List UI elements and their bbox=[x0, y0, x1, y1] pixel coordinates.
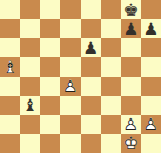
square-g4[interactable] bbox=[121, 77, 141, 96]
square-b2[interactable] bbox=[20, 115, 40, 134]
square-d2[interactable] bbox=[60, 115, 80, 134]
square-b1[interactable] bbox=[20, 134, 40, 153]
square-g5[interactable] bbox=[121, 57, 141, 76]
square-f5[interactable] bbox=[101, 57, 121, 76]
square-e1[interactable] bbox=[81, 134, 101, 153]
square-f8[interactable] bbox=[101, 0, 121, 19]
square-a3[interactable] bbox=[0, 96, 20, 115]
square-e3[interactable] bbox=[81, 96, 101, 115]
square-b5[interactable] bbox=[20, 57, 40, 76]
piece-white-bishop: ♝♗ bbox=[0, 57, 20, 76]
square-g3[interactable] bbox=[121, 96, 141, 115]
square-b6[interactable] bbox=[20, 38, 40, 57]
square-f7[interactable] bbox=[101, 19, 121, 38]
square-d4[interactable]: ♟♙ bbox=[60, 77, 80, 96]
square-a5[interactable]: ♝♗ bbox=[0, 57, 20, 76]
square-h6[interactable] bbox=[141, 38, 161, 57]
square-e4[interactable] bbox=[81, 77, 101, 96]
square-b7[interactable] bbox=[20, 19, 40, 38]
square-a7[interactable] bbox=[0, 19, 20, 38]
square-c1[interactable] bbox=[40, 134, 60, 153]
square-a4[interactable] bbox=[0, 77, 20, 96]
square-h4[interactable] bbox=[141, 77, 161, 96]
square-g6[interactable] bbox=[121, 38, 141, 57]
square-e2[interactable] bbox=[81, 115, 101, 134]
square-c5[interactable] bbox=[40, 57, 60, 76]
piece-black-king: ♚ bbox=[121, 0, 141, 19]
square-h1[interactable] bbox=[141, 134, 161, 153]
square-g2[interactable]: ♟♙ bbox=[121, 115, 141, 134]
square-e7[interactable] bbox=[81, 19, 101, 38]
piece-white-pawn: ♟♙ bbox=[121, 115, 141, 134]
square-f6[interactable] bbox=[101, 38, 121, 57]
square-d6[interactable] bbox=[60, 38, 80, 57]
piece-black-pawn: ♟ bbox=[81, 38, 101, 57]
square-b4[interactable] bbox=[20, 77, 40, 96]
chess-board: ♚♟♟♟♝♗♟♙♝♟♙♟♙♚♔ bbox=[0, 0, 161, 153]
square-e8[interactable] bbox=[81, 0, 101, 19]
square-g1[interactable]: ♚♔ bbox=[121, 134, 141, 153]
square-d8[interactable] bbox=[60, 0, 80, 19]
square-f3[interactable] bbox=[101, 96, 121, 115]
piece-black-pawn: ♟ bbox=[121, 19, 141, 38]
square-d3[interactable] bbox=[60, 96, 80, 115]
piece-white-pawn: ♟♙ bbox=[141, 115, 161, 134]
square-h7[interactable]: ♟ bbox=[141, 19, 161, 38]
square-f1[interactable] bbox=[101, 134, 121, 153]
piece-black-bishop: ♝ bbox=[20, 96, 40, 115]
square-f2[interactable] bbox=[101, 115, 121, 134]
square-c6[interactable] bbox=[40, 38, 60, 57]
square-h8[interactable] bbox=[141, 0, 161, 19]
square-c4[interactable] bbox=[40, 77, 60, 96]
square-h2[interactable]: ♟♙ bbox=[141, 115, 161, 134]
square-b3[interactable]: ♝ bbox=[20, 96, 40, 115]
square-h5[interactable] bbox=[141, 57, 161, 76]
square-d7[interactable] bbox=[60, 19, 80, 38]
square-c3[interactable] bbox=[40, 96, 60, 115]
square-c7[interactable] bbox=[40, 19, 60, 38]
square-e6[interactable]: ♟ bbox=[81, 38, 101, 57]
piece-black-pawn: ♟ bbox=[141, 19, 161, 38]
square-a6[interactable] bbox=[0, 38, 20, 57]
square-g8[interactable]: ♚ bbox=[121, 0, 141, 19]
square-d5[interactable] bbox=[60, 57, 80, 76]
square-b8[interactable] bbox=[20, 0, 40, 19]
piece-white-king: ♚♔ bbox=[121, 134, 141, 153]
square-c8[interactable] bbox=[40, 0, 60, 19]
square-a1[interactable] bbox=[0, 134, 20, 153]
square-d1[interactable] bbox=[60, 134, 80, 153]
square-f4[interactable] bbox=[101, 77, 121, 96]
square-c2[interactable] bbox=[40, 115, 60, 134]
square-g7[interactable]: ♟ bbox=[121, 19, 141, 38]
square-a8[interactable] bbox=[0, 0, 20, 19]
piece-white-pawn: ♟♙ bbox=[60, 77, 80, 96]
square-h3[interactable] bbox=[141, 96, 161, 115]
square-e5[interactable] bbox=[81, 57, 101, 76]
square-a2[interactable] bbox=[0, 115, 20, 134]
